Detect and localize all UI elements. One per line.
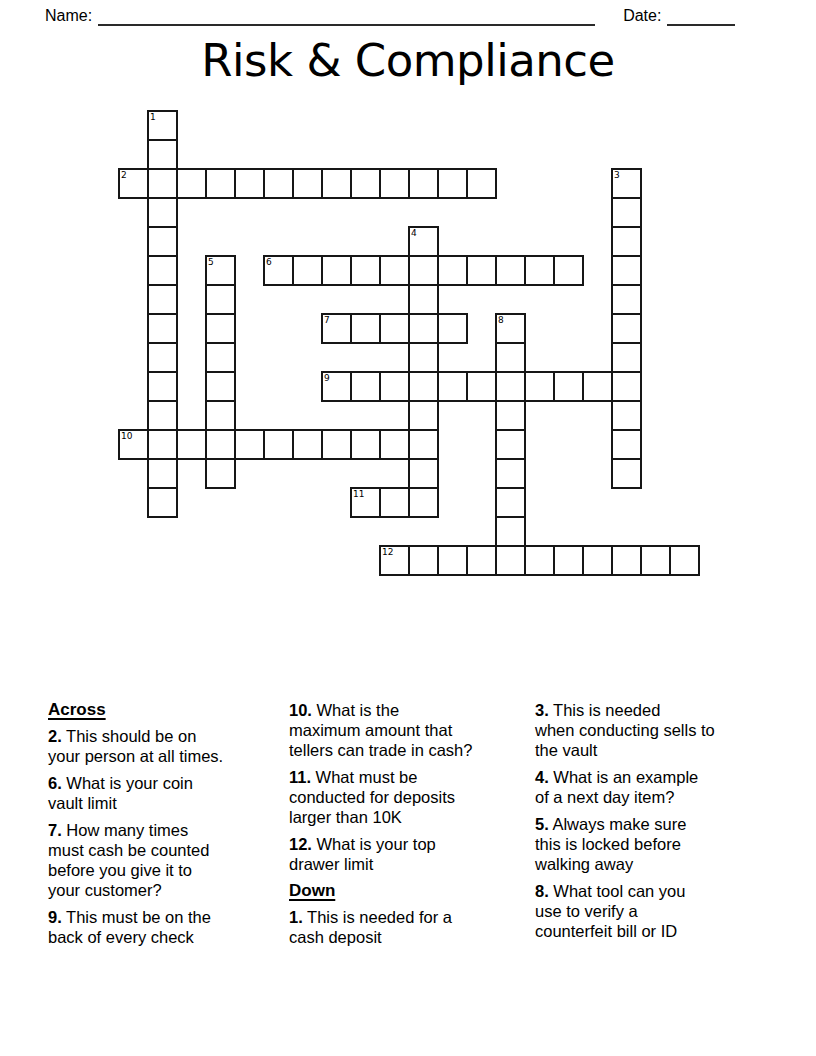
cell-r2-c8[interactable] bbox=[350, 168, 381, 199]
cell-r2-c0[interactable]: 2 bbox=[118, 168, 149, 199]
cell-r5-c11[interactable] bbox=[437, 255, 468, 286]
cell-r6-c17[interactable] bbox=[611, 284, 642, 315]
cell-r11-c13[interactable] bbox=[495, 429, 526, 460]
cell-r3-c17[interactable] bbox=[611, 197, 642, 228]
cell-r15-c11[interactable] bbox=[437, 545, 468, 576]
cell-r6-c3[interactable] bbox=[205, 284, 236, 315]
clue-12-across: 12. What is your top drawer limit bbox=[289, 834, 531, 874]
cell-r11-c17[interactable] bbox=[611, 429, 642, 460]
cell-r13-c13[interactable] bbox=[495, 487, 526, 518]
cell-r5-c5[interactable]: 6 bbox=[263, 255, 294, 286]
cell-r11-c0[interactable]: 10 bbox=[118, 429, 149, 460]
cell-r2-c3[interactable] bbox=[205, 168, 236, 199]
crossword-grid: 123456789101112 bbox=[118, 110, 700, 576]
cell-number-6: 6 bbox=[266, 257, 272, 267]
cell-r2-c7[interactable] bbox=[321, 168, 352, 199]
cell-r9-c10[interactable] bbox=[408, 371, 439, 402]
cell-r7-c3[interactable] bbox=[205, 313, 236, 344]
clue-5-down: 5. Always make sure this is locked befor… bbox=[535, 814, 787, 874]
cell-r4-c10[interactable]: 4 bbox=[408, 226, 439, 257]
cell-r10-c1[interactable] bbox=[147, 400, 178, 431]
clue-10-across: 10. What is the maximum amount that tell… bbox=[289, 700, 531, 760]
cell-r2-c12[interactable] bbox=[466, 168, 497, 199]
cell-r9-c7[interactable]: 9 bbox=[321, 371, 352, 402]
cell-r2-c10[interactable] bbox=[408, 168, 439, 199]
clue-1-down: 1. This is needed for a cash deposit bbox=[289, 907, 531, 947]
header-row: Name: Date: bbox=[45, 5, 776, 26]
clue-8-down: 8. What tool can you use to verify a cou… bbox=[535, 881, 787, 941]
clue-9-across: 9. This must be on the back of every che… bbox=[48, 907, 288, 947]
cell-r7-c13[interactable]: 8 bbox=[495, 313, 526, 344]
cell-r14-c13[interactable] bbox=[495, 516, 526, 547]
cell-r5-c1[interactable] bbox=[147, 255, 178, 286]
cell-r5-c15[interactable] bbox=[553, 255, 584, 286]
cell-number-5: 5 bbox=[208, 257, 214, 267]
cell-r5-c9[interactable] bbox=[379, 255, 410, 286]
cell-number-1: 1 bbox=[150, 112, 156, 122]
clue-number-label: 8. bbox=[535, 882, 549, 900]
cell-r15-c13[interactable] bbox=[495, 545, 526, 576]
cell-r7-c1[interactable] bbox=[147, 313, 178, 344]
cell-r8-c13[interactable] bbox=[495, 342, 526, 373]
clue-11-across: 11. What must be conducted for deposits … bbox=[289, 767, 531, 827]
cell-r5-c8[interactable] bbox=[350, 255, 381, 286]
cell-r7-c10[interactable] bbox=[408, 313, 439, 344]
cell-r15-c10[interactable] bbox=[408, 545, 439, 576]
cell-r13-c9[interactable] bbox=[379, 487, 410, 518]
cell-r10-c13[interactable] bbox=[495, 400, 526, 431]
cell-number-4: 4 bbox=[411, 228, 417, 238]
cell-r9-c1[interactable] bbox=[147, 371, 178, 402]
cell-r2-c2[interactable] bbox=[176, 168, 207, 199]
cell-r9-c15[interactable] bbox=[553, 371, 584, 402]
cell-r9-c13[interactable] bbox=[495, 371, 526, 402]
cell-r11-c9[interactable] bbox=[379, 429, 410, 460]
cell-r13-c1[interactable] bbox=[147, 487, 178, 518]
cell-r2-c5[interactable] bbox=[263, 168, 294, 199]
cell-r5-c12[interactable] bbox=[466, 255, 497, 286]
cell-number-7: 7 bbox=[324, 315, 330, 325]
cell-r9-c9[interactable] bbox=[379, 371, 410, 402]
cell-number-2: 2 bbox=[121, 170, 127, 180]
cell-r8-c10[interactable] bbox=[408, 342, 439, 373]
cell-number-3: 3 bbox=[614, 170, 620, 180]
date-blank-line[interactable] bbox=[667, 5, 735, 26]
cell-r8-c1[interactable] bbox=[147, 342, 178, 373]
cell-r9-c3[interactable] bbox=[205, 371, 236, 402]
cell-r3-c1[interactable] bbox=[147, 197, 178, 228]
cell-r11-c4[interactable] bbox=[234, 429, 265, 460]
cell-r5-c3[interactable]: 5 bbox=[205, 255, 236, 286]
cell-r15-c16[interactable] bbox=[582, 545, 613, 576]
puzzle-title: Risk & Compliance bbox=[0, 34, 816, 87]
cell-r10-c17[interactable] bbox=[611, 400, 642, 431]
clue-number-label: 3. bbox=[535, 701, 549, 719]
cell-number-10: 10 bbox=[121, 431, 132, 441]
cell-r15-c15[interactable] bbox=[553, 545, 584, 576]
clue-column-1: Across2. This should be on your person a… bbox=[48, 700, 288, 954]
cell-r6-c10[interactable] bbox=[408, 284, 439, 315]
cell-r5-c17[interactable] bbox=[611, 255, 642, 286]
clue-number-label: 1. bbox=[289, 908, 303, 926]
cell-r13-c10[interactable] bbox=[408, 487, 439, 518]
cell-r5-c10[interactable] bbox=[408, 255, 439, 286]
cell-r8-c17[interactable] bbox=[611, 342, 642, 373]
down-section-header: Down bbox=[289, 881, 531, 901]
cell-r1-c1[interactable] bbox=[147, 139, 178, 170]
clue-number-label: 6. bbox=[48, 774, 62, 792]
clue-7-across: 7. How many times must cash be counted b… bbox=[48, 820, 288, 900]
clue-number-label: 10. bbox=[289, 701, 312, 719]
cell-r5-c7[interactable] bbox=[321, 255, 352, 286]
cell-r9-c8[interactable] bbox=[350, 371, 381, 402]
cell-number-11: 11 bbox=[353, 489, 364, 499]
clue-number-label: 9. bbox=[48, 908, 62, 926]
clue-2-across: 2. This should be on your person at all … bbox=[48, 726, 288, 766]
cell-r12-c13[interactable] bbox=[495, 458, 526, 489]
clue-number-label: 11. bbox=[289, 768, 311, 786]
cell-r4-c1[interactable] bbox=[147, 226, 178, 257]
cell-r12-c3[interactable] bbox=[205, 458, 236, 489]
cell-number-9: 9 bbox=[324, 373, 330, 383]
cell-r0-c1[interactable]: 1 bbox=[147, 110, 178, 141]
cell-r11-c8[interactable] bbox=[350, 429, 381, 460]
clue-number-label: 2. bbox=[48, 727, 62, 745]
cell-r13-c8[interactable]: 11 bbox=[350, 487, 381, 518]
cell-r4-c17[interactable] bbox=[611, 226, 642, 257]
cell-r10-c3[interactable] bbox=[205, 400, 236, 431]
cell-r12-c10[interactable] bbox=[408, 458, 439, 489]
cell-r6-c1[interactable] bbox=[147, 284, 178, 315]
cell-r5-c6[interactable] bbox=[292, 255, 323, 286]
cell-r12-c17[interactable] bbox=[611, 458, 642, 489]
cell-number-8: 8 bbox=[498, 315, 504, 325]
across-section-header: Across bbox=[48, 700, 288, 720]
clue-column-2: 10. What is the maximum amount that tell… bbox=[289, 700, 531, 954]
clue-6-across: 6. What is your coin vault limit bbox=[48, 773, 288, 813]
cell-r9-c17[interactable] bbox=[611, 371, 642, 402]
cell-r9-c12[interactable] bbox=[466, 371, 497, 402]
cell-r12-c1[interactable] bbox=[147, 458, 178, 489]
cell-r9-c16[interactable] bbox=[582, 371, 613, 402]
cell-r7-c17[interactable] bbox=[611, 313, 642, 344]
cell-r15-c18[interactable] bbox=[640, 545, 671, 576]
cell-r5-c14[interactable] bbox=[524, 255, 555, 286]
cell-r2-c6[interactable] bbox=[292, 168, 323, 199]
cell-r11-c1[interactable] bbox=[147, 429, 178, 460]
cell-r15-c17[interactable] bbox=[611, 545, 642, 576]
cell-r11-c5[interactable] bbox=[263, 429, 294, 460]
cell-r2-c1[interactable] bbox=[147, 168, 178, 199]
cell-r2-c11[interactable] bbox=[437, 168, 468, 199]
clue-4-down: 4. What is an example of a next day item… bbox=[535, 767, 787, 807]
cell-r9-c14[interactable] bbox=[524, 371, 555, 402]
cell-r15-c14[interactable] bbox=[524, 545, 555, 576]
clue-column-3: 3. This is needed when conducting sells … bbox=[535, 700, 787, 948]
date-label: Date: bbox=[623, 6, 661, 26]
worksheet-page: Name: Date: Risk & Compliance 1234567891… bbox=[0, 0, 816, 1056]
clue-number-label: 12. bbox=[289, 835, 312, 853]
cell-r7-c11[interactable] bbox=[437, 313, 468, 344]
cell-r11-c2[interactable] bbox=[176, 429, 207, 460]
cell-r11-c3[interactable] bbox=[205, 429, 236, 460]
cell-r2-c17[interactable]: 3 bbox=[611, 168, 642, 199]
cell-r8-c3[interactable] bbox=[205, 342, 236, 373]
cell-r15-c12[interactable] bbox=[466, 545, 497, 576]
cell-r11-c6[interactable] bbox=[292, 429, 323, 460]
clue-number-label: 4. bbox=[535, 768, 549, 786]
cell-r15-c9[interactable]: 12 bbox=[379, 545, 410, 576]
cell-r7-c8[interactable] bbox=[350, 313, 381, 344]
cell-r15-c19[interactable] bbox=[669, 545, 700, 576]
cell-r11-c7[interactable] bbox=[321, 429, 352, 460]
cell-r2-c9[interactable] bbox=[379, 168, 410, 199]
cell-r5-c13[interactable] bbox=[495, 255, 526, 286]
cell-r2-c4[interactable] bbox=[234, 168, 265, 199]
name-label: Name: bbox=[45, 6, 92, 26]
cell-r9-c11[interactable] bbox=[437, 371, 468, 402]
name-blank-line[interactable] bbox=[98, 5, 595, 26]
cell-number-12: 12 bbox=[382, 547, 393, 557]
clue-number-label: 5. bbox=[535, 815, 549, 833]
clue-number-label: 7. bbox=[48, 821, 62, 839]
clue-3-down: 3. This is needed when conducting sells … bbox=[535, 700, 787, 760]
cell-r11-c10[interactable] bbox=[408, 429, 439, 460]
cell-r7-c9[interactable] bbox=[379, 313, 410, 344]
cell-r7-c7[interactable]: 7 bbox=[321, 313, 352, 344]
cell-r10-c10[interactable] bbox=[408, 400, 439, 431]
